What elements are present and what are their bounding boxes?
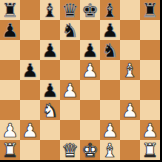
piece-black-pawn[interactable]: ♟ xyxy=(41,40,58,60)
piece-white-knight[interactable]: ♞ xyxy=(41,100,58,120)
square-a1[interactable]: ♜ xyxy=(0,140,20,160)
piece-black-bishop[interactable]: ♝ xyxy=(41,0,58,20)
square-d6[interactable] xyxy=(60,40,80,60)
square-e2[interactable] xyxy=(80,120,100,140)
square-a6[interactable] xyxy=(0,40,20,60)
piece-black-pawn[interactable]: ♟ xyxy=(101,20,118,40)
square-a7[interactable]: ♟ xyxy=(0,20,20,40)
square-b4[interactable] xyxy=(20,80,40,100)
square-c2[interactable] xyxy=(40,120,60,140)
square-b3[interactable] xyxy=(20,100,40,120)
square-e5[interactable]: ♟ xyxy=(80,60,100,80)
square-h5[interactable] xyxy=(140,60,160,80)
piece-white-rook[interactable]: ♜ xyxy=(141,140,158,160)
square-d7[interactable]: ♞ xyxy=(60,20,80,40)
square-h3[interactable] xyxy=(140,100,160,120)
square-e1[interactable]: ♚ xyxy=(80,140,100,160)
square-h7[interactable] xyxy=(140,20,160,40)
square-d1[interactable]: ♛ xyxy=(60,140,80,160)
square-h8[interactable]: ♜ xyxy=(140,0,160,20)
piece-white-rook[interactable]: ♜ xyxy=(1,140,18,160)
square-g6[interactable] xyxy=(120,40,140,60)
square-h4[interactable] xyxy=(140,80,160,100)
square-h6[interactable] xyxy=(140,40,160,60)
square-a8[interactable]: ♜ xyxy=(0,0,20,20)
square-b1[interactable] xyxy=(20,140,40,160)
square-c4[interactable]: ♟ xyxy=(40,80,60,100)
square-d5[interactable] xyxy=(60,60,80,80)
square-f8[interactable]: ♝ xyxy=(100,0,120,20)
piece-black-pawn[interactable]: ♟ xyxy=(1,20,18,40)
square-e6[interactable]: ♟ xyxy=(80,40,100,60)
square-d3[interactable] xyxy=(60,100,80,120)
square-a3[interactable] xyxy=(0,100,20,120)
square-d8[interactable]: ♛ xyxy=(60,0,80,20)
piece-black-king[interactable]: ♚ xyxy=(81,0,98,20)
square-d4[interactable]: ♟ xyxy=(60,80,80,100)
piece-black-pawn[interactable]: ♟ xyxy=(21,60,38,80)
square-a5[interactable] xyxy=(0,60,20,80)
square-c1[interactable] xyxy=(40,140,60,160)
piece-white-pawn[interactable]: ♟ xyxy=(141,120,158,140)
square-c6[interactable]: ♟ xyxy=(40,40,60,60)
square-e7[interactable] xyxy=(80,20,100,40)
square-g2[interactable] xyxy=(120,120,140,140)
square-g5[interactable]: ♝ xyxy=(120,60,140,80)
square-f3[interactable] xyxy=(100,100,120,120)
piece-white-pawn[interactable]: ♟ xyxy=(81,60,98,80)
piece-black-bishop[interactable]: ♝ xyxy=(101,0,118,20)
square-f6[interactable]: ♞ xyxy=(100,40,120,60)
piece-black-knight[interactable]: ♞ xyxy=(61,20,78,40)
piece-black-knight[interactable]: ♞ xyxy=(101,40,118,60)
piece-black-rook[interactable]: ♜ xyxy=(1,0,18,20)
square-g1[interactable] xyxy=(120,140,140,160)
square-g4[interactable] xyxy=(120,80,140,100)
square-b7[interactable] xyxy=(20,20,40,40)
piece-white-bishop[interactable]: ♝ xyxy=(121,60,138,80)
square-g3[interactable]: ♟ xyxy=(120,100,140,120)
square-f4[interactable] xyxy=(100,80,120,100)
square-g8[interactable] xyxy=(120,0,140,20)
square-f1[interactable]: ♝ xyxy=(100,140,120,160)
square-h2[interactable]: ♟ xyxy=(140,120,160,140)
square-b5[interactable]: ♟ xyxy=(20,60,40,80)
piece-black-queen[interactable]: ♛ xyxy=(61,0,78,20)
piece-white-pawn[interactable]: ♟ xyxy=(121,100,138,120)
piece-white-pawn[interactable]: ♟ xyxy=(101,120,118,140)
piece-white-queen[interactable]: ♛ xyxy=(61,140,78,160)
square-a2[interactable]: ♟ xyxy=(0,120,20,140)
piece-black-pawn[interactable]: ♟ xyxy=(41,80,58,100)
square-a4[interactable] xyxy=(0,80,20,100)
square-c7[interactable] xyxy=(40,20,60,40)
square-d2[interactable] xyxy=(60,120,80,140)
square-g7[interactable] xyxy=(120,20,140,40)
piece-black-rook[interactable]: ♜ xyxy=(141,0,158,20)
square-b2[interactable]: ♟ xyxy=(20,120,40,140)
square-f5[interactable] xyxy=(100,60,120,80)
piece-white-pawn[interactable]: ♟ xyxy=(61,80,78,100)
square-c8[interactable]: ♝ xyxy=(40,0,60,20)
square-f2[interactable]: ♟ xyxy=(100,120,120,140)
square-f7[interactable]: ♟ xyxy=(100,20,120,40)
piece-white-pawn[interactable]: ♟ xyxy=(21,120,38,140)
square-b6[interactable] xyxy=(20,40,40,60)
square-e8[interactable]: ♚ xyxy=(80,0,100,20)
chess-board: ♜♝♛♚♝♜♟♞♟♟♟♞♟♟♝♟♟♞♟♟♟♟♟♜♛♚♝♜ xyxy=(0,0,162,162)
piece-white-pawn[interactable]: ♟ xyxy=(1,120,18,140)
square-e4[interactable] xyxy=(80,80,100,100)
piece-black-pawn[interactable]: ♟ xyxy=(81,40,98,60)
square-h1[interactable]: ♜ xyxy=(140,140,160,160)
piece-white-king[interactable]: ♚ xyxy=(81,140,98,160)
square-b8[interactable] xyxy=(20,0,40,20)
square-c5[interactable] xyxy=(40,60,60,80)
square-c3[interactable]: ♞ xyxy=(40,100,60,120)
square-e3[interactable] xyxy=(80,100,100,120)
piece-white-bishop[interactable]: ♝ xyxy=(101,140,118,160)
